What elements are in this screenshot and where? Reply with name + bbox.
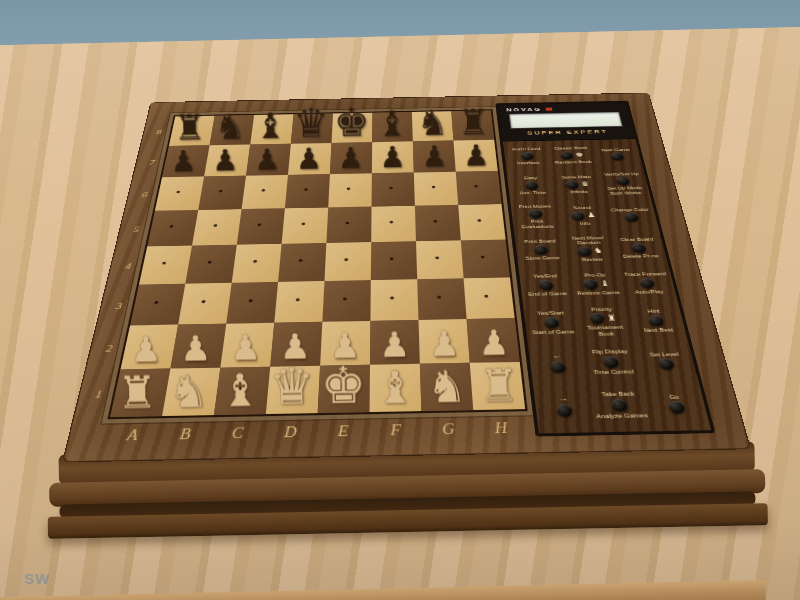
key-cell-r6-c2: Priority♜Tournament Book xyxy=(573,302,636,342)
key-cell-r6-c1: Yes/StartStart of Game xyxy=(525,303,579,343)
key-label-top: Clear Board xyxy=(620,237,655,243)
key-cell-r7-c3: Set Level xyxy=(636,340,696,383)
square-f8[interactable]: ♝ xyxy=(372,112,413,142)
black-pawn-e7[interactable]: ♟ xyxy=(330,143,372,173)
square-a6[interactable] xyxy=(155,177,204,211)
square-e7[interactable]: ♟ xyxy=(330,142,372,174)
key-cell-r4-c1: Print BoardStore Game xyxy=(516,232,566,267)
key-button-row: ♟ xyxy=(571,211,596,220)
square-h5[interactable] xyxy=(458,204,505,240)
black-pawn-d7[interactable]: ♟ xyxy=(288,144,330,174)
square-b2[interactable]: ♟ xyxy=(170,324,226,369)
key-label-bottom: Time Control xyxy=(593,368,634,375)
square-d8[interactable]: ♛ xyxy=(291,114,333,144)
square-d6[interactable] xyxy=(285,174,330,208)
key-cell-r8-c1: → xyxy=(535,383,594,429)
key-row-5: Yes/EndEnd of GamePro-Op♝Restore GameTra… xyxy=(521,264,676,303)
key-button-flip-display[interactable] xyxy=(603,356,620,368)
white-bishop-f1[interactable]: ♝ xyxy=(369,365,421,410)
white-bishop-c1[interactable]: ♝ xyxy=(214,368,266,413)
key-button-row xyxy=(667,401,686,414)
key-button-row: ♝ xyxy=(583,278,610,289)
black-bishop-c8[interactable]: ♝ xyxy=(250,108,291,144)
key-cell-r5-c2: Pro-Op♝Restore Game xyxy=(567,265,628,302)
button-grid: Form FeedInterfaceClassic Book♚Random Bo… xyxy=(503,138,711,433)
key-button-row xyxy=(610,152,624,160)
key-label-bottom: Auto/Play xyxy=(634,288,663,294)
key-cell-r3-c3: Change Color xyxy=(605,198,657,231)
key-button-row xyxy=(529,209,544,218)
key-button-yes-end[interactable] xyxy=(538,280,554,290)
key-label-bottom: Interface xyxy=(517,160,540,165)
white-rook-h1[interactable]: ♜ xyxy=(472,363,524,408)
key-button-form-feed[interactable] xyxy=(521,152,535,160)
control-panel: NOVAG SUPER EXPERT Form FeedInterfaceCla… xyxy=(495,101,715,437)
square-c7[interactable]: ♟ xyxy=(246,144,291,176)
key-label-bottom: Start of Game xyxy=(532,328,575,335)
key-button-solve-mate[interactable] xyxy=(565,180,579,189)
key-button-row xyxy=(616,177,631,186)
white-pawn-f2[interactable]: ♟ xyxy=(369,328,419,364)
key-button-verify-set-up[interactable] xyxy=(616,177,631,186)
chess-board: ♜♞♝♛♚♝♞♜♟♟♟♟♟♟♟♟♟♟♟♟♟♟♟♟♜♞♝♛♚♝♞♜ xyxy=(110,111,525,418)
square-g1[interactable]: ♞ xyxy=(420,363,473,411)
key-cell-r1-c2: Classic Book♚Random Book xyxy=(546,140,599,169)
key-label-bottom: Tournament Book xyxy=(579,324,633,337)
square-h2[interactable]: ♟ xyxy=(467,318,520,363)
key-button-←[interactable] xyxy=(550,361,567,373)
square-g4[interactable] xyxy=(416,240,464,279)
display-module: NOVAG SUPER EXPERT xyxy=(498,103,635,142)
file-label-a: A xyxy=(103,420,162,451)
key-label-bottom: Review xyxy=(581,257,603,263)
white-queen-d1[interactable]: ♛ xyxy=(265,361,318,412)
key-label-bottom: End of Game xyxy=(528,290,568,296)
key-label-top: Print Moves xyxy=(518,204,551,209)
white-knight-b1[interactable]: ♞ xyxy=(162,369,214,414)
square-b6[interactable] xyxy=(198,176,246,210)
key-cell-r5-c1: Yes/EndEnd of Game xyxy=(521,266,573,303)
file-labels: ABCDEFGH xyxy=(103,413,529,451)
square-d4[interactable] xyxy=(278,243,326,282)
square-h1[interactable]: ♜ xyxy=(470,362,525,410)
square-d7[interactable]: ♟ xyxy=(288,143,332,175)
square-g3[interactable] xyxy=(417,278,466,320)
key-label-top: Print Board xyxy=(524,239,556,245)
square-a8[interactable]: ♜ xyxy=(169,116,215,146)
square-b3[interactable] xyxy=(178,283,232,325)
key-label-bottom: Set Up Mode Both Works xyxy=(604,186,647,196)
chess-computer: 87654321 ABCDEFGH ♜♞♝♛♚♝♞♜♟♟♟♟♟♟♟♟♟♟♟♟♟♟… xyxy=(39,37,770,600)
key-label-top: Trace Forward xyxy=(624,271,667,277)
black-queen-d8[interactable]: ♛ xyxy=(290,103,331,143)
key-button-row xyxy=(647,315,664,326)
key-label-top: Verify/Set Up xyxy=(604,172,639,177)
key-button-hint[interactable] xyxy=(647,315,664,326)
square-g6[interactable] xyxy=(414,172,458,206)
key-label-bottom: Random Book xyxy=(554,159,592,164)
piece-symbol-icon: ♝ xyxy=(600,280,610,288)
piece-symbol-icon: ♟ xyxy=(586,212,596,219)
key-cell-r3-c2: Sound♟Info xyxy=(556,199,613,232)
file-label-f: F xyxy=(369,415,422,446)
key-label-bottom: Infinite xyxy=(570,189,589,194)
black-pawn-g7[interactable]: ♟ xyxy=(413,142,455,172)
square-e1[interactable]: ♚ xyxy=(318,365,370,413)
scene: 87654321 ABCDEFGH ♜♞♝♛♚♝♞♜♟♟♟♟♟♟♟♟♟♟♟♟♟♟… xyxy=(0,0,800,600)
square-h8[interactable]: ♜ xyxy=(451,111,494,141)
key-cell-r3-c1: Print MovesPrint Evaluations xyxy=(512,200,561,233)
square-a2[interactable]: ♟ xyxy=(121,325,179,370)
square-e3[interactable] xyxy=(322,280,370,322)
square-c6[interactable] xyxy=(242,175,288,209)
white-pawn-b2[interactable]: ♟ xyxy=(171,331,221,367)
key-row-8: →Take BackAnalyze GamesGo xyxy=(535,381,707,429)
key-button-print-moves[interactable] xyxy=(529,209,544,218)
key-label-bottom: Next Best xyxy=(643,326,674,333)
key-row-6: Yes/StartStart of GamePriority♜Tournamen… xyxy=(525,301,685,343)
white-king-e1[interactable]: ♚ xyxy=(317,360,370,411)
key-button-row xyxy=(657,358,675,370)
square-d5[interactable] xyxy=(282,207,329,243)
key-label-top: Flip Display xyxy=(591,348,628,355)
key-button-row xyxy=(525,181,539,190)
square-f1[interactable]: ♝ xyxy=(370,364,422,412)
key-button-→[interactable] xyxy=(556,404,574,417)
key-button-row xyxy=(611,398,629,411)
novag-logo: NOVAG xyxy=(506,107,542,113)
square-c5[interactable] xyxy=(237,208,285,244)
key-button-row xyxy=(556,404,574,417)
key-label-top: Change Color xyxy=(610,207,649,212)
black-knight-b8[interactable]: ♞ xyxy=(210,109,251,145)
board-unit-top: 87654321 ABCDEFGH ♜♞♝♛♚♝♞♜♟♟♟♟♟♟♟♟♟♟♟♟♟♟… xyxy=(63,93,749,461)
piece-symbol-icon: ♜ xyxy=(606,314,617,322)
square-e5[interactable] xyxy=(326,207,371,243)
key-button-row xyxy=(624,213,639,222)
square-f6[interactable] xyxy=(372,173,415,207)
piece-symbol-icon: ♚ xyxy=(575,152,584,158)
key-button-row xyxy=(544,317,560,328)
file-label-h: H xyxy=(474,413,529,444)
key-cell-r2-c2: Solve Mate♛Infinite xyxy=(551,169,606,200)
key-label-top: Pro-Op xyxy=(584,272,606,278)
black-pawn-h7[interactable]: ♟ xyxy=(455,141,497,171)
key-button-row: ♞ xyxy=(577,246,603,256)
key-button-print-board[interactable] xyxy=(534,245,549,255)
square-a4[interactable] xyxy=(139,246,192,285)
black-bishop-f8[interactable]: ♝ xyxy=(372,106,413,142)
key-label-top: → xyxy=(558,395,569,404)
key-cell-r2-c3: Verify/Set UpSet Up Mode Both Works xyxy=(599,168,649,199)
square-h6[interactable] xyxy=(456,171,502,205)
key-button-next-move-random[interactable] xyxy=(577,246,592,256)
square-a3[interactable] xyxy=(130,284,185,326)
square-c1[interactable]: ♝ xyxy=(214,367,270,415)
key-button-take-back[interactable] xyxy=(611,398,629,411)
key-cell-r8-c2: Take BackAnalyze Games xyxy=(586,382,654,428)
square-b5[interactable] xyxy=(192,209,242,245)
key-label-top: Next Move/ Random xyxy=(563,235,613,246)
black-rook-a8[interactable]: ♜ xyxy=(169,110,210,146)
file-label-e: E xyxy=(316,416,370,447)
key-button-sound[interactable] xyxy=(571,211,586,220)
key-cell-r8-c3: Go xyxy=(645,381,708,427)
square-h4[interactable] xyxy=(461,240,510,279)
key-label-bottom: Analyze Games xyxy=(596,412,649,420)
square-g7[interactable]: ♟ xyxy=(413,141,456,173)
key-button-priority[interactable] xyxy=(589,313,606,324)
black-pawn-c7[interactable]: ♟ xyxy=(246,145,288,175)
key-cell-r1-c3: New Game xyxy=(593,140,641,169)
key-label-bottom: Acc. Time xyxy=(519,190,546,195)
key-label-top: Easy xyxy=(524,176,538,181)
key-cell-r6-c3: HintNext Best xyxy=(628,301,686,341)
square-f2[interactable]: ♟ xyxy=(370,320,420,365)
key-label-top: Priority xyxy=(591,306,613,312)
key-label-bottom: Delete Pr-ne xyxy=(622,253,659,259)
square-h7[interactable]: ♟ xyxy=(453,140,497,172)
key-button-set-level[interactable] xyxy=(657,358,675,370)
file-label-d: D xyxy=(263,417,318,448)
key-button-clear-board[interactable] xyxy=(631,243,647,253)
file-label-g: G xyxy=(422,414,476,445)
key-button-row: ♛ xyxy=(565,180,589,189)
key-row-1: Form FeedInterfaceClassic Book♚Random Bo… xyxy=(505,140,641,171)
white-rook-a1[interactable]: ♜ xyxy=(111,370,163,415)
key-row-4: Print BoardStore GameNext Move/ Random♞R… xyxy=(516,230,666,267)
key-label-top: ← xyxy=(552,352,562,360)
white-knight-g1[interactable]: ♞ xyxy=(420,364,472,409)
square-c3[interactable] xyxy=(226,282,278,324)
key-label-top: New Game xyxy=(601,147,631,152)
key-label-top: Classic Book xyxy=(554,146,588,151)
black-pawn-b7[interactable]: ♟ xyxy=(204,146,246,176)
white-pawn-g2[interactable]: ♟ xyxy=(419,327,469,363)
square-b7[interactable]: ♟ xyxy=(204,144,250,176)
square-c4[interactable] xyxy=(232,244,282,283)
key-label-top: Yes/End xyxy=(533,273,558,279)
key-button-row xyxy=(550,361,567,373)
key-label-top: Hint xyxy=(647,308,660,314)
square-f4[interactable] xyxy=(371,241,417,280)
key-button-classic-book[interactable] xyxy=(560,151,574,159)
square-f7[interactable]: ♟ xyxy=(372,141,414,173)
key-cell-r4-c2: Next Move/ Random♞Review xyxy=(561,231,620,266)
key-button-pro-op[interactable] xyxy=(583,279,599,289)
key-cell-r2-c1: EasyAcc. Time xyxy=(508,170,555,201)
square-h3[interactable] xyxy=(464,277,515,319)
key-label-bottom: Store Game xyxy=(525,255,560,261)
key-button-yes-start[interactable] xyxy=(544,317,560,328)
black-king-e8[interactable]: ♚ xyxy=(331,102,372,142)
key-cell-r4-c3: Clear BoardDelete Pr-ne xyxy=(612,230,666,265)
key-button-row xyxy=(603,356,620,368)
key-button-new-game[interactable] xyxy=(610,152,624,160)
key-row-2: EasyAcc. TimeSolve Mate♛InfiniteVerify/S… xyxy=(508,168,648,201)
key-cell-r7-c1: ← xyxy=(530,342,586,385)
key-button-easy[interactable] xyxy=(525,181,539,190)
key-button-row xyxy=(534,245,549,255)
key-label-top: Take Back xyxy=(601,391,635,398)
novag-logo-red-mark xyxy=(545,108,552,111)
watermark: SW xyxy=(24,570,50,587)
key-button-row xyxy=(631,243,647,253)
key-button-row: ♜ xyxy=(589,313,617,324)
key-label-top: Yes/Start xyxy=(537,310,565,316)
key-row-3: Print MovesPrint EvaluationsSound♟InfoCh… xyxy=(512,198,657,233)
square-d1[interactable]: ♛ xyxy=(266,366,320,414)
white-pawn-h2[interactable]: ♟ xyxy=(469,326,519,362)
square-b4[interactable] xyxy=(185,245,236,284)
square-b1[interactable]: ♞ xyxy=(162,368,220,416)
square-g2[interactable]: ♟ xyxy=(418,319,469,364)
key-label-bottom: Info xyxy=(579,221,590,226)
key-label-top: Set Level xyxy=(649,351,679,358)
key-cell-r5-c3: Trace ForwardAuto/Play xyxy=(620,264,676,301)
square-b8[interactable]: ♞ xyxy=(210,115,255,145)
piece-symbol-icon: ♛ xyxy=(580,181,589,187)
square-a5[interactable] xyxy=(147,210,198,246)
square-e6[interactable] xyxy=(328,173,372,207)
square-e4[interactable] xyxy=(324,242,371,281)
key-button-go[interactable] xyxy=(667,401,686,414)
key-label-top: Form Feed xyxy=(512,147,541,152)
key-label-top: Sound xyxy=(573,205,591,210)
key-button-change-color[interactable] xyxy=(624,213,639,222)
piece-symbol-icon: ♞ xyxy=(593,247,603,254)
lcd-display xyxy=(509,112,623,129)
key-label-top: Go xyxy=(669,394,680,401)
key-button-trace-forward[interactable] xyxy=(639,278,656,288)
square-f3[interactable] xyxy=(370,279,418,321)
key-cell-r7-c2: Flip DisplayTime Control xyxy=(579,341,645,384)
white-pawn-c2[interactable]: ♟ xyxy=(220,331,270,367)
key-cell-r1-c1: Form FeedInterface xyxy=(505,141,551,170)
key-button-row xyxy=(521,152,535,160)
black-pawn-f7[interactable]: ♟ xyxy=(371,143,413,173)
square-c2[interactable]: ♟ xyxy=(220,323,274,368)
square-g8[interactable]: ♞ xyxy=(412,111,454,141)
black-knight-g8[interactable]: ♞ xyxy=(412,105,453,141)
square-a7[interactable]: ♟ xyxy=(162,145,209,177)
key-label-bottom: Print Evaluations xyxy=(516,219,560,230)
model-label: SUPER EXPERT xyxy=(502,128,635,136)
key-row-7: ←Flip DisplayTime ControlSet Level xyxy=(530,340,696,385)
key-button-row xyxy=(538,280,554,290)
square-g5[interactable] xyxy=(415,205,461,241)
key-button-row xyxy=(639,278,656,288)
square-c8[interactable]: ♝ xyxy=(250,114,293,144)
key-button-row: ♚ xyxy=(560,151,584,159)
black-pawn-a7[interactable]: ♟ xyxy=(162,147,204,177)
file-label-b: B xyxy=(156,419,213,450)
key-label-bottom: Restore Game xyxy=(577,289,621,295)
square-e8[interactable]: ♚ xyxy=(332,113,373,143)
white-pawn-a2[interactable]: ♟ xyxy=(121,332,171,368)
black-rook-h8[interactable]: ♜ xyxy=(453,105,494,141)
square-d3[interactable] xyxy=(274,281,324,323)
file-label-c: C xyxy=(209,418,265,449)
square-f5[interactable] xyxy=(371,206,416,242)
